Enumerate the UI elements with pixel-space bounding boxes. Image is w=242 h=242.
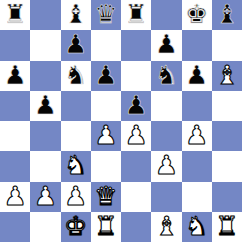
chess-board: ♜♝♛♜♚♝♟♟♟♞♟♞♟♝♟♟♟♟♟♞♟♟♟♟♛♚♜♝♞♜ <box>0 0 242 242</box>
square-d1[interactable]: ♜ <box>91 212 121 242</box>
piece-black-rook[interactable]: ♜ <box>3 1 26 27</box>
piece-white-knight[interactable]: ♞ <box>185 213 208 239</box>
square-g7[interactable] <box>182 30 212 60</box>
piece-black-pawn[interactable]: ♟ <box>124 92 147 118</box>
square-e2[interactable] <box>121 182 151 212</box>
square-b3[interactable] <box>30 151 60 181</box>
square-h6[interactable]: ♝ <box>212 61 242 91</box>
square-a8[interactable]: ♜ <box>0 0 30 30</box>
square-a4[interactable] <box>0 121 30 151</box>
piece-white-pawn[interactable]: ♟ <box>34 183 57 209</box>
piece-white-bishop[interactable]: ♝ <box>155 213 178 239</box>
square-d6[interactable]: ♟ <box>91 61 121 91</box>
square-a1[interactable] <box>0 212 30 242</box>
square-b4[interactable] <box>30 121 60 151</box>
square-c3[interactable]: ♞ <box>61 151 91 181</box>
square-h4[interactable] <box>212 121 242 151</box>
piece-white-king[interactable]: ♚ <box>64 213 87 239</box>
piece-white-pawn[interactable]: ♟ <box>155 152 178 178</box>
square-f8[interactable] <box>151 0 181 30</box>
square-h3[interactable] <box>212 151 242 181</box>
square-b5[interactable]: ♟ <box>30 91 60 121</box>
square-f6[interactable]: ♞ <box>151 61 181 91</box>
square-h7[interactable] <box>212 30 242 60</box>
square-d7[interactable] <box>91 30 121 60</box>
piece-black-knight[interactable]: ♞ <box>155 62 178 88</box>
square-f2[interactable] <box>151 182 181 212</box>
square-f4[interactable] <box>151 121 181 151</box>
square-c1[interactable]: ♚ <box>61 212 91 242</box>
square-h8[interactable]: ♝ <box>212 0 242 30</box>
piece-black-queen[interactable]: ♛ <box>94 1 117 27</box>
piece-black-pawn[interactable]: ♟ <box>94 62 117 88</box>
square-c5[interactable] <box>61 91 91 121</box>
piece-white-pawn[interactable]: ♟ <box>3 183 26 209</box>
square-d4[interactable]: ♟ <box>91 121 121 151</box>
square-b8[interactable] <box>30 0 60 30</box>
square-g8[interactable]: ♚ <box>182 0 212 30</box>
square-f1[interactable]: ♝ <box>151 212 181 242</box>
piece-black-pawn[interactable]: ♟ <box>64 31 87 57</box>
square-c6[interactable]: ♞ <box>61 61 91 91</box>
square-f7[interactable]: ♟ <box>151 30 181 60</box>
square-g3[interactable] <box>182 151 212 181</box>
piece-white-rook[interactable]: ♜ <box>215 213 238 239</box>
piece-white-pawn[interactable]: ♟ <box>185 122 208 148</box>
square-g6[interactable]: ♟ <box>182 61 212 91</box>
piece-white-bishop[interactable]: ♝ <box>215 62 238 88</box>
piece-black-bishop[interactable]: ♝ <box>64 1 87 27</box>
piece-black-pawn[interactable]: ♟ <box>155 31 178 57</box>
piece-black-pawn[interactable]: ♟ <box>34 92 57 118</box>
square-d5[interactable] <box>91 91 121 121</box>
square-h2[interactable] <box>212 182 242 212</box>
square-a7[interactable] <box>0 30 30 60</box>
square-b7[interactable] <box>30 30 60 60</box>
square-f3[interactable]: ♟ <box>151 151 181 181</box>
square-b6[interactable] <box>30 61 60 91</box>
square-h1[interactable]: ♜ <box>212 212 242 242</box>
square-g1[interactable]: ♞ <box>182 212 212 242</box>
square-d8[interactable]: ♛ <box>91 0 121 30</box>
piece-white-knight[interactable]: ♞ <box>64 152 87 178</box>
square-a2[interactable]: ♟ <box>0 182 30 212</box>
square-e5[interactable]: ♟ <box>121 91 151 121</box>
piece-black-rook[interactable]: ♜ <box>124 1 147 27</box>
piece-black-king[interactable]: ♚ <box>185 1 208 27</box>
piece-white-rook[interactable]: ♜ <box>94 213 117 239</box>
square-c2[interactable]: ♟ <box>61 182 91 212</box>
square-e8[interactable]: ♜ <box>121 0 151 30</box>
piece-white-pawn[interactable]: ♟ <box>124 122 147 148</box>
square-b2[interactable]: ♟ <box>30 182 60 212</box>
square-e4[interactable]: ♟ <box>121 121 151 151</box>
square-h5[interactable] <box>212 91 242 121</box>
piece-white-pawn[interactable]: ♟ <box>94 122 117 148</box>
square-c8[interactable]: ♝ <box>61 0 91 30</box>
square-f5[interactable] <box>151 91 181 121</box>
square-c7[interactable]: ♟ <box>61 30 91 60</box>
square-a3[interactable] <box>0 151 30 181</box>
piece-white-queen[interactable]: ♛ <box>94 183 117 209</box>
square-c4[interactable] <box>61 121 91 151</box>
square-b1[interactable] <box>30 212 60 242</box>
square-e3[interactable] <box>121 151 151 181</box>
square-g5[interactable] <box>182 91 212 121</box>
piece-black-pawn[interactable]: ♟ <box>3 62 26 88</box>
piece-white-pawn[interactable]: ♟ <box>64 183 87 209</box>
piece-black-bishop[interactable]: ♝ <box>215 1 238 27</box>
piece-black-pawn[interactable]: ♟ <box>185 62 208 88</box>
square-g2[interactable] <box>182 182 212 212</box>
square-a6[interactable]: ♟ <box>0 61 30 91</box>
square-d3[interactable] <box>91 151 121 181</box>
square-d2[interactable]: ♛ <box>91 182 121 212</box>
square-a5[interactable] <box>0 91 30 121</box>
square-e6[interactable] <box>121 61 151 91</box>
piece-black-knight[interactable]: ♞ <box>64 62 87 88</box>
square-g4[interactable]: ♟ <box>182 121 212 151</box>
square-e1[interactable] <box>121 212 151 242</box>
square-e7[interactable] <box>121 30 151 60</box>
